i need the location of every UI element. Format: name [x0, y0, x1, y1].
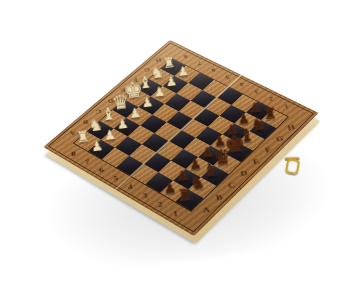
piece-light-rook-a8: ♜	[72, 129, 93, 146]
square-b5	[129, 144, 156, 164]
square-a1: ♜	[175, 189, 203, 210]
square-b8: ♞	[87, 121, 113, 140]
label-rank-8: 8	[175, 49, 196, 64]
brass-clasp	[282, 155, 301, 176]
camera-tilt-wrapper: 87654321 HGFEDCBA HGFEDCBA 87654321 ♜♟♟♜…	[0, 0, 360, 283]
piece-light-pawn-b7: ♟	[99, 127, 119, 142]
label-file-a: A	[62, 125, 84, 142]
square-c8: ♝	[100, 110, 126, 128]
chess-set-product-photo: 87654321 HGFEDCBA HGFEDCBA 87654321 ♜♟♟♜…	[0, 0, 360, 283]
piece-light-king-e8: ♚	[122, 79, 143, 102]
square-g3	[220, 105, 246, 123]
piece-dark-pawn-e2: ♟	[209, 133, 230, 149]
